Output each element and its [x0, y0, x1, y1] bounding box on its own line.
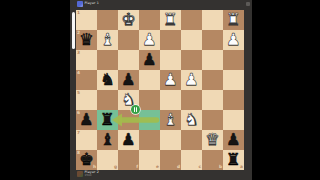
square-f7[interactable]: [118, 130, 139, 150]
top-player-avatar[interactable]: [77, 1, 83, 7]
file-label-g: g: [114, 165, 117, 169]
square-e3[interactable]: [139, 50, 160, 70]
square-a5[interactable]: [223, 90, 244, 110]
square-a2[interactable]: [223, 30, 244, 50]
square-b6[interactable]: [202, 110, 223, 130]
file-label-d: d: [177, 165, 180, 169]
rank-label-4: 4: [77, 71, 80, 75]
square-c8[interactable]: c: [181, 150, 202, 170]
video-frame: Player 1 12345678hgfedcba♚♜♜♛♝♟♟♟♞♟♟♟♞♟♜…: [0, 0, 320, 180]
file-label-f: f: [136, 165, 138, 169]
square-h3[interactable]: 3: [76, 50, 97, 70]
square-a1[interactable]: [223, 10, 244, 30]
scrollbar-thumb[interactable]: [72, 12, 75, 49]
square-c3[interactable]: [181, 50, 202, 70]
square-a8[interactable]: a: [223, 150, 244, 170]
rank-label-8: 8: [77, 151, 80, 155]
square-g8[interactable]: g: [97, 150, 118, 170]
square-e4[interactable]: [139, 70, 160, 90]
square-b1[interactable]: [202, 10, 223, 30]
square-g3[interactable]: [97, 50, 118, 70]
file-label-a: a: [240, 165, 243, 169]
square-b4[interactable]: [202, 70, 223, 90]
square-f2[interactable]: [118, 30, 139, 50]
square-d4[interactable]: [160, 70, 181, 90]
square-h4[interactable]: 4: [76, 70, 97, 90]
square-c5[interactable]: [181, 90, 202, 110]
file-label-c: c: [198, 165, 201, 169]
file-label-e: e: [156, 165, 159, 169]
bottom-player-avatar[interactable]: [77, 171, 83, 177]
square-e2[interactable]: [139, 30, 160, 50]
top-player-plate: Player 1: [77, 1, 99, 7]
square-g7[interactable]: [97, 130, 118, 150]
square-e6[interactable]: [139, 110, 160, 130]
square-g1[interactable]: [97, 10, 118, 30]
square-d5[interactable]: [160, 90, 181, 110]
square-h1[interactable]: 1: [76, 10, 97, 30]
square-b5[interactable]: [202, 90, 223, 110]
rank-label-1: 1: [77, 11, 80, 15]
rank-label-5: 5: [77, 91, 80, 95]
square-b8[interactable]: b: [202, 150, 223, 170]
corner-icon: [246, 2, 250, 6]
square-g2[interactable]: [97, 30, 118, 50]
square-d7[interactable]: [160, 130, 181, 150]
square-d6[interactable]: [160, 110, 181, 130]
rank-label-7: 7: [77, 131, 80, 135]
square-c2[interactable]: [181, 30, 202, 50]
square-h6[interactable]: 6: [76, 110, 97, 130]
square-c1[interactable]: [181, 10, 202, 30]
square-c4[interactable]: [181, 70, 202, 90]
square-b3[interactable]: [202, 50, 223, 70]
file-label-h: h: [93, 165, 96, 169]
square-a7[interactable]: [223, 130, 244, 150]
top-player-name[interactable]: Player 1: [85, 2, 100, 5]
rank-label-6: 6: [77, 111, 80, 115]
square-h7[interactable]: 7: [76, 130, 97, 150]
square-d8[interactable]: d: [160, 150, 181, 170]
square-e8[interactable]: e: [139, 150, 160, 170]
square-a4[interactable]: [223, 70, 244, 90]
square-f4[interactable]: [118, 70, 139, 90]
file-label-b: b: [219, 165, 222, 169]
square-b7[interactable]: [202, 130, 223, 150]
bottom-player-rating: 1500: [85, 174, 100, 177]
square-h5[interactable]: 5: [76, 90, 97, 110]
square-c6[interactable]: [181, 110, 202, 130]
square-f8[interactable]: f: [118, 150, 139, 170]
square-e1[interactable]: [139, 10, 160, 30]
square-g6[interactable]: [97, 110, 118, 130]
square-c7[interactable]: [181, 130, 202, 150]
square-f1[interactable]: [118, 10, 139, 30]
bottom-player-plate: Player 2 1500: [77, 171, 99, 177]
chess-board[interactable]: 12345678hgfedcba♚♜♜♛♝♟♟♟♞♟♟♟♞♟♜♝♞♝♟♛♟♚♜: [76, 10, 244, 170]
square-g5[interactable]: [97, 90, 118, 110]
chess-app-panel: Player 1 12345678hgfedcba♚♜♜♛♝♟♟♟♞♟♟♟♞♟♜…: [70, 0, 252, 180]
square-a3[interactable]: [223, 50, 244, 70]
square-b2[interactable]: [202, 30, 223, 50]
square-d2[interactable]: [160, 30, 181, 50]
square-f3[interactable]: [118, 50, 139, 70]
square-a6[interactable]: [223, 110, 244, 130]
rank-label-3: 3: [77, 51, 80, 55]
square-d3[interactable]: [160, 50, 181, 70]
square-e5[interactable]: [139, 90, 160, 110]
square-d1[interactable]: [160, 10, 181, 30]
square-e7[interactable]: [139, 130, 160, 150]
rank-label-2: 2: [77, 31, 80, 35]
move-annotation-badge: [131, 105, 140, 114]
square-h8[interactable]: 8h: [76, 150, 97, 170]
square-g4[interactable]: [97, 70, 118, 90]
square-h2[interactable]: 2: [76, 30, 97, 50]
